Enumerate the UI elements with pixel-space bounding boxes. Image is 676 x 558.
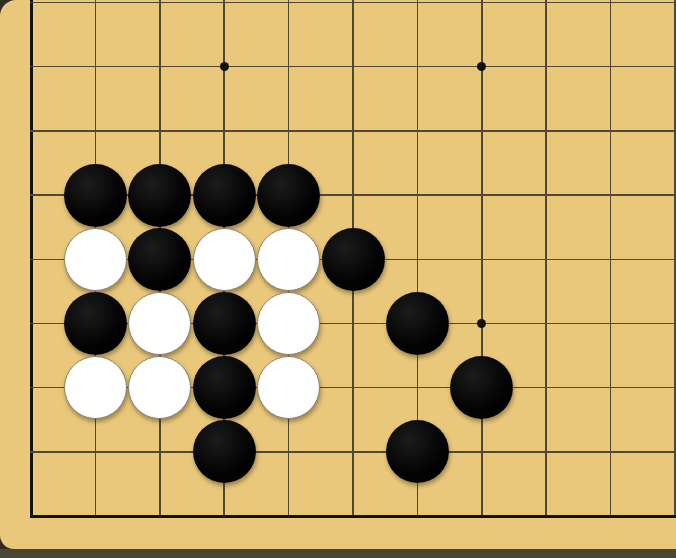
black-stone: [64, 292, 127, 355]
black-stone: [193, 164, 256, 227]
board-bottom-edge-line: [30, 515, 676, 518]
white-stone: [64, 356, 127, 419]
black-stone: [193, 356, 256, 419]
star-point: [220, 62, 229, 71]
black-stone: [128, 164, 191, 227]
black-stone: [386, 420, 449, 483]
white-stone: [257, 292, 320, 355]
white-stone: [64, 228, 127, 291]
board-panel: [0, 0, 676, 549]
black-stone: [64, 164, 127, 227]
black-stone: [450, 356, 513, 419]
grid-horizontal-line: [30, 130, 676, 132]
white-stone: [257, 356, 320, 419]
black-stone: [193, 292, 256, 355]
white-stone: [193, 228, 256, 291]
star-point: [477, 62, 486, 71]
grid-horizontal-line: [30, 451, 676, 453]
white-stone: [128, 356, 191, 419]
black-stone: [386, 292, 449, 355]
black-stone: [128, 228, 191, 291]
app-screen: [0, 0, 676, 558]
grid-horizontal-line: [30, 2, 676, 4]
window-bottom-edge: [0, 549, 676, 558]
grid-horizontal-line: [30, 66, 676, 68]
star-point: [477, 319, 486, 328]
black-stone: [193, 420, 256, 483]
white-stone: [257, 228, 320, 291]
white-stone: [128, 292, 191, 355]
black-stone: [257, 164, 320, 227]
black-stone: [322, 228, 385, 291]
